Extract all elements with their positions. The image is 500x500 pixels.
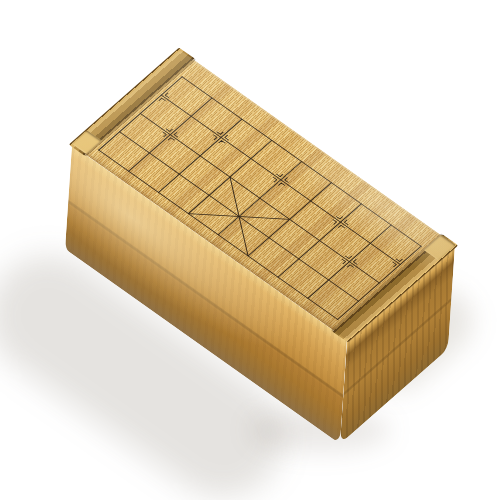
product-photo-background: [0, 0, 500, 500]
